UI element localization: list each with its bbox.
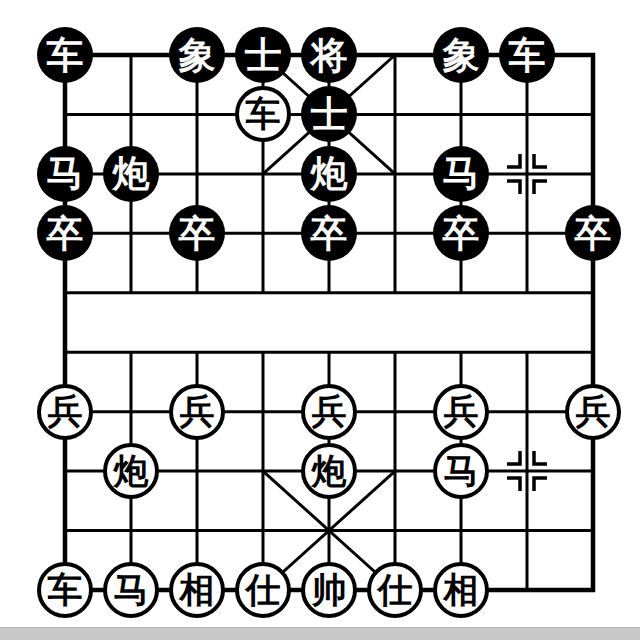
piece-black-chariot-a10[interactable]: 车 bbox=[37, 27, 93, 83]
piece-black-soldier-a7[interactable]: 卒 bbox=[37, 205, 93, 261]
piece-red-chariot-a1[interactable]: 车 bbox=[37, 562, 93, 618]
piece-red-elephant-g1[interactable]: 相 bbox=[433, 562, 489, 618]
piece-black-general-e10[interactable]: 将 bbox=[301, 27, 357, 83]
piece-red-soldier-a4[interactable]: 兵 bbox=[37, 384, 93, 440]
piece-red-soldier-g4[interactable]: 兵 bbox=[433, 384, 489, 440]
piece-black-horse-a8[interactable]: 马 bbox=[37, 146, 93, 202]
piece-black-cannon-b8[interactable]: 炮 bbox=[103, 146, 159, 202]
piece-red-advisor-f1[interactable]: 仕 bbox=[367, 562, 423, 618]
piece-red-advisor-d1[interactable]: 仕 bbox=[235, 562, 291, 618]
piece-black-advisor-d10[interactable]: 士 bbox=[235, 27, 291, 83]
piece-black-soldier-c7[interactable]: 卒 bbox=[169, 205, 225, 261]
piece-black-cannon-e8[interactable]: 炮 bbox=[301, 146, 357, 202]
piece-red-horse-g3[interactable]: 马 bbox=[433, 443, 489, 499]
bottom-gray-bar bbox=[0, 627, 640, 640]
piece-black-soldier-e7[interactable]: 卒 bbox=[301, 205, 357, 261]
piece-black-horse-g8[interactable]: 马 bbox=[433, 146, 489, 202]
piece-red-horse-b1[interactable]: 马 bbox=[103, 562, 159, 618]
piece-black-elephant-g10[interactable]: 象 bbox=[433, 27, 489, 83]
piece-black-soldier-i7[interactable]: 卒 bbox=[565, 205, 621, 261]
piece-black-soldier-g7[interactable]: 卒 bbox=[433, 205, 489, 261]
piece-red-soldier-e4[interactable]: 兵 bbox=[301, 384, 357, 440]
piece-black-elephant-c10[interactable]: 象 bbox=[169, 27, 225, 83]
piece-red-soldier-c4[interactable]: 兵 bbox=[169, 384, 225, 440]
piece-red-general-e1[interactable]: 帅 bbox=[301, 562, 357, 618]
xiangqi-board[interactable]: 车象士将象车车士马炮炮马卒卒卒卒卒兵兵兵兵兵炮炮马车马相仕帅仕相 bbox=[0, 0, 640, 640]
piece-red-cannon-e3[interactable]: 炮 bbox=[301, 443, 357, 499]
piece-red-soldier-i4[interactable]: 兵 bbox=[565, 384, 621, 440]
piece-red-elephant-c1[interactable]: 相 bbox=[169, 562, 225, 618]
piece-black-chariot-h10[interactable]: 车 bbox=[499, 27, 555, 83]
piece-red-cannon-b3[interactable]: 炮 bbox=[103, 443, 159, 499]
